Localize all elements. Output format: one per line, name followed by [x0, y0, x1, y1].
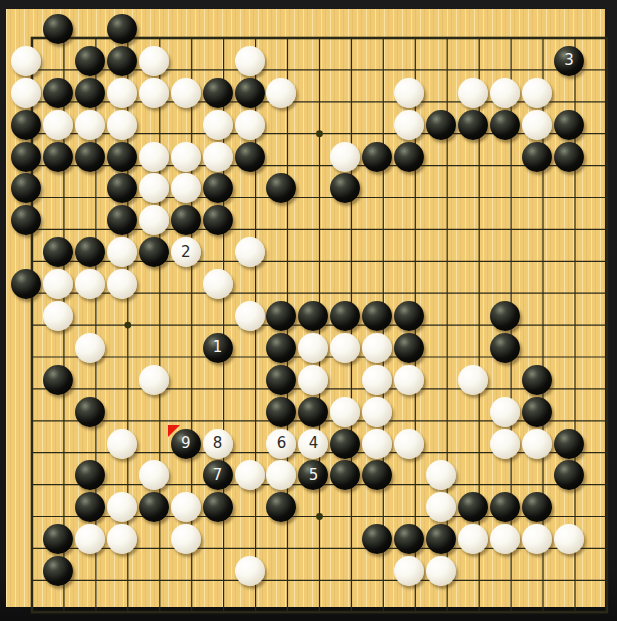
- board-cell[interactable]: [489, 172, 521, 204]
- board-cell[interactable]: [361, 555, 393, 587]
- board-cell[interactable]: [138, 332, 170, 364]
- board-cell[interactable]: [234, 428, 266, 460]
- board-cell[interactable]: [170, 587, 202, 619]
- board-cell[interactable]: [266, 141, 298, 173]
- move-number-label: 8: [213, 436, 223, 451]
- board-cell[interactable]: [170, 13, 202, 45]
- board-cell[interactable]: [585, 396, 617, 428]
- white-stone: [362, 333, 392, 363]
- board-cell[interactable]: [425, 268, 457, 300]
- white-stone: [235, 460, 265, 490]
- board-cell[interactable]: [170, 396, 202, 428]
- board-cell: [202, 109, 234, 141]
- board-cell: [489, 523, 521, 555]
- board-cell[interactable]: [425, 204, 457, 236]
- board-cell[interactable]: [457, 396, 489, 428]
- board-cell[interactable]: [138, 13, 170, 45]
- black-stone: [298, 397, 328, 427]
- board-cell[interactable]: [297, 13, 329, 45]
- board-cell[interactable]: [521, 555, 553, 587]
- board-cell[interactable]: [457, 268, 489, 300]
- board-cell: [170, 204, 202, 236]
- board-cell[interactable]: [489, 204, 521, 236]
- board-cell: [106, 428, 138, 460]
- black-stone: [490, 492, 520, 522]
- board-cell[interactable]: [10, 459, 42, 491]
- board-cell: [393, 555, 425, 587]
- board-cell[interactable]: [329, 587, 361, 619]
- board-cell[interactable]: [489, 459, 521, 491]
- board-cell[interactable]: [10, 236, 42, 268]
- board-cell[interactable]: [489, 555, 521, 587]
- board-cell: [138, 491, 170, 523]
- board-cell[interactable]: [553, 13, 585, 45]
- board-cell[interactable]: [106, 364, 138, 396]
- board-cell[interactable]: [266, 523, 298, 555]
- board-cell[interactable]: [170, 109, 202, 141]
- board-cell[interactable]: [10, 491, 42, 523]
- board-cell: [138, 141, 170, 173]
- board-cell[interactable]: [234, 172, 266, 204]
- board-cell[interactable]: [170, 268, 202, 300]
- board-cell[interactable]: [329, 77, 361, 109]
- board-cell[interactable]: [553, 204, 585, 236]
- board-cell[interactable]: [585, 523, 617, 555]
- board-cell[interactable]: [202, 587, 234, 619]
- black-stone: [330, 301, 360, 331]
- board-cell[interactable]: [10, 13, 42, 45]
- board-cell[interactable]: [202, 555, 234, 587]
- board-cell: [361, 396, 393, 428]
- board-cell[interactable]: [106, 300, 138, 332]
- board-cell[interactable]: [297, 587, 329, 619]
- board-cell[interactable]: [170, 300, 202, 332]
- board-cell[interactable]: [202, 13, 234, 45]
- board-cell[interactable]: [297, 236, 329, 268]
- board-cell[interactable]: [393, 268, 425, 300]
- board-cell[interactable]: [553, 77, 585, 109]
- board-cell[interactable]: [297, 491, 329, 523]
- board-cell[interactable]: [585, 141, 617, 173]
- board-cell[interactable]: [138, 587, 170, 619]
- black-stone: [554, 460, 584, 490]
- board-cell[interactable]: [202, 364, 234, 396]
- board-cell[interactable]: [266, 109, 298, 141]
- board-cell[interactable]: [553, 491, 585, 523]
- board-cell[interactable]: [138, 109, 170, 141]
- board-cell[interactable]: [521, 587, 553, 619]
- board-cell[interactable]: [425, 77, 457, 109]
- board-cell[interactable]: [234, 587, 266, 619]
- board-cell: [202, 172, 234, 204]
- board-cell[interactable]: [585, 555, 617, 587]
- board-cell[interactable]: [489, 141, 521, 173]
- board-cell: [234, 45, 266, 77]
- white-stone: [75, 333, 105, 363]
- board-cell[interactable]: [585, 236, 617, 268]
- board-cell[interactable]: [457, 141, 489, 173]
- board-cell[interactable]: [329, 204, 361, 236]
- board-cell[interactable]: [42, 459, 74, 491]
- board-cell[interactable]: [457, 45, 489, 77]
- board-cell: [266, 396, 298, 428]
- board-cell[interactable]: [425, 141, 457, 173]
- board-cell[interactable]: [297, 109, 329, 141]
- board-cell[interactable]: [106, 555, 138, 587]
- board-cell: [329, 332, 361, 364]
- board-cell[interactable]: [553, 587, 585, 619]
- board-cell[interactable]: [521, 45, 553, 77]
- board-cell[interactable]: [329, 555, 361, 587]
- board-cell: [553, 459, 585, 491]
- board-cell[interactable]: [585, 459, 617, 491]
- board-cell[interactable]: [521, 459, 553, 491]
- board-cell[interactable]: [329, 364, 361, 396]
- board-cell[interactable]: [329, 523, 361, 555]
- board-cell[interactable]: [202, 523, 234, 555]
- board-cell[interactable]: [361, 204, 393, 236]
- board-cell[interactable]: [42, 332, 74, 364]
- board-cell[interactable]: [457, 459, 489, 491]
- board-cell[interactable]: [553, 172, 585, 204]
- white-stone: [266, 460, 296, 490]
- board-cell[interactable]: [361, 13, 393, 45]
- black-stone: [75, 237, 105, 267]
- board-cell: [425, 491, 457, 523]
- board-cell[interactable]: [297, 204, 329, 236]
- board-cell[interactable]: [393, 587, 425, 619]
- board-cell: [74, 236, 106, 268]
- board-cell[interactable]: [393, 459, 425, 491]
- board-cell[interactable]: [425, 300, 457, 332]
- board-cell: [361, 141, 393, 173]
- white-stone: [426, 556, 456, 586]
- black-stone: [490, 301, 520, 331]
- board-cell[interactable]: [297, 77, 329, 109]
- board-cell[interactable]: [489, 268, 521, 300]
- board-cell[interactable]: [585, 13, 617, 45]
- white-stone: [522, 429, 552, 459]
- board-cell[interactable]: [297, 141, 329, 173]
- board-cell[interactable]: [585, 491, 617, 523]
- board-cell[interactable]: [74, 428, 106, 460]
- board-cell[interactable]: [74, 300, 106, 332]
- board-cell[interactable]: [393, 491, 425, 523]
- board-cell: [138, 172, 170, 204]
- board-cell: [106, 109, 138, 141]
- board-cell: [489, 491, 521, 523]
- move-number-label: 1: [213, 340, 223, 355]
- board-cell: [393, 364, 425, 396]
- board-cell[interactable]: [425, 236, 457, 268]
- board-cell[interactable]: [521, 172, 553, 204]
- board-cell[interactable]: [74, 172, 106, 204]
- black-stone: [11, 142, 41, 172]
- board-cell: [234, 109, 266, 141]
- board-cell[interactable]: [170, 45, 202, 77]
- board-cell[interactable]: [553, 268, 585, 300]
- board-cell[interactable]: [42, 428, 74, 460]
- board-cell[interactable]: [10, 587, 42, 619]
- black-stone: [43, 365, 73, 395]
- black-stone: [43, 556, 73, 586]
- black-stone: [43, 14, 73, 44]
- white-stone: [235, 237, 265, 267]
- board-cell[interactable]: [329, 236, 361, 268]
- board-cell[interactable]: [10, 555, 42, 587]
- black-stone: [522, 397, 552, 427]
- board-cell[interactable]: [521, 268, 553, 300]
- board-cell[interactable]: [10, 428, 42, 460]
- board-cell[interactable]: [457, 555, 489, 587]
- board-cell: [42, 109, 74, 141]
- board-cell: [521, 491, 553, 523]
- board-cell[interactable]: [425, 364, 457, 396]
- board-cell: [266, 77, 298, 109]
- black-stone: 5: [298, 460, 328, 490]
- board-cell: [457, 109, 489, 141]
- board-cell[interactable]: [297, 172, 329, 204]
- board-cell[interactable]: [42, 172, 74, 204]
- board-cell[interactable]: [74, 13, 106, 45]
- board-cell[interactable]: [74, 204, 106, 236]
- board-cell[interactable]: [297, 268, 329, 300]
- board-cell[interactable]: [489, 13, 521, 45]
- board-cell[interactable]: [489, 364, 521, 396]
- board-cell[interactable]: [585, 300, 617, 332]
- board-cell[interactable]: [553, 236, 585, 268]
- board-cell: [297, 332, 329, 364]
- board-cell[interactable]: [425, 45, 457, 77]
- board-cell[interactable]: [138, 268, 170, 300]
- board-cell: 4: [297, 428, 329, 460]
- black-stone: [490, 110, 520, 140]
- board-cell[interactable]: [297, 523, 329, 555]
- board-cell: [266, 491, 298, 523]
- board-cell[interactable]: [489, 45, 521, 77]
- board-cell: [329, 459, 361, 491]
- board-cell[interactable]: [10, 332, 42, 364]
- board-cell[interactable]: [521, 204, 553, 236]
- board-cell[interactable]: [42, 204, 74, 236]
- board-cell[interactable]: [425, 587, 457, 619]
- board-cell: [138, 204, 170, 236]
- board-cell[interactable]: [297, 555, 329, 587]
- board-cell: [266, 300, 298, 332]
- board-cell[interactable]: [393, 236, 425, 268]
- board-cell[interactable]: [266, 236, 298, 268]
- board-cell[interactable]: [234, 396, 266, 428]
- board-cell[interactable]: [74, 555, 106, 587]
- white-stone: [490, 429, 520, 459]
- board-cell[interactable]: [425, 172, 457, 204]
- board-cell[interactable]: [521, 236, 553, 268]
- board-cell: [106, 13, 138, 45]
- board-cell[interactable]: [234, 268, 266, 300]
- board-cell[interactable]: [457, 428, 489, 460]
- white-stone: [394, 365, 424, 395]
- board-cell[interactable]: [329, 45, 361, 77]
- board-cell[interactable]: [138, 396, 170, 428]
- white-stone: [490, 524, 520, 554]
- board-cell[interactable]: [10, 364, 42, 396]
- board-cell: [521, 109, 553, 141]
- board-cell[interactable]: [457, 172, 489, 204]
- black-stone: [11, 173, 41, 203]
- board-cell[interactable]: [585, 204, 617, 236]
- board-cell[interactable]: [106, 396, 138, 428]
- board-cell[interactable]: [393, 45, 425, 77]
- board-cell[interactable]: [234, 364, 266, 396]
- board-cell[interactable]: [42, 45, 74, 77]
- board-cell: [106, 236, 138, 268]
- board-cell: [106, 204, 138, 236]
- board-cell[interactable]: [361, 491, 393, 523]
- board-cell[interactable]: [585, 172, 617, 204]
- board-cell: [170, 77, 202, 109]
- board-cell[interactable]: [489, 236, 521, 268]
- board-cell[interactable]: [74, 587, 106, 619]
- board-cell[interactable]: [202, 396, 234, 428]
- board-cell: [10, 141, 42, 173]
- board-cell[interactable]: [585, 109, 617, 141]
- board-cell[interactable]: [425, 396, 457, 428]
- board-cell[interactable]: [457, 587, 489, 619]
- board-cell[interactable]: [329, 13, 361, 45]
- board-cell[interactable]: [266, 555, 298, 587]
- board-cell[interactable]: [297, 45, 329, 77]
- board-cell: 9: [170, 428, 202, 460]
- board-cell[interactable]: [393, 396, 425, 428]
- board-cell[interactable]: [585, 587, 617, 619]
- board-cell[interactable]: [10, 523, 42, 555]
- board-cell[interactable]: [234, 13, 266, 45]
- board-cell[interactable]: [361, 77, 393, 109]
- board-cell[interactable]: [457, 300, 489, 332]
- board-cell[interactable]: [585, 332, 617, 364]
- black-stone: [330, 460, 360, 490]
- board-cell[interactable]: [170, 459, 202, 491]
- board-cell[interactable]: [361, 236, 393, 268]
- board-cell[interactable]: [361, 45, 393, 77]
- board-cell[interactable]: [202, 45, 234, 77]
- board-cell: [10, 77, 42, 109]
- board-cell[interactable]: [553, 364, 585, 396]
- board-cell: 8: [202, 428, 234, 460]
- board-cell[interactable]: [361, 268, 393, 300]
- board-cell[interactable]: [585, 364, 617, 396]
- black-stone: 7: [203, 460, 233, 490]
- board-cell[interactable]: [170, 332, 202, 364]
- board-cell[interactable]: [266, 268, 298, 300]
- board-cell[interactable]: [106, 459, 138, 491]
- board-cell[interactable]: [361, 587, 393, 619]
- board-cell[interactable]: [521, 332, 553, 364]
- board-cell[interactable]: [138, 300, 170, 332]
- board-cell[interactable]: [138, 523, 170, 555]
- board-cell[interactable]: [266, 587, 298, 619]
- board-cell[interactable]: [266, 45, 298, 77]
- white-stone: [266, 78, 296, 108]
- board-cell[interactable]: [234, 204, 266, 236]
- board-cell[interactable]: [234, 491, 266, 523]
- white-stone: [75, 524, 105, 554]
- black-stone: [75, 460, 105, 490]
- board-cell[interactable]: [42, 396, 74, 428]
- board-cell[interactable]: [42, 491, 74, 523]
- board-cell[interactable]: [10, 300, 42, 332]
- board-cell[interactable]: [329, 109, 361, 141]
- black-stone: [107, 46, 137, 76]
- board-cell[interactable]: [202, 300, 234, 332]
- board-cell[interactable]: [138, 428, 170, 460]
- board-cell[interactable]: [42, 587, 74, 619]
- board-cell: [457, 364, 489, 396]
- white-stone: [394, 556, 424, 586]
- board-cell[interactable]: [106, 587, 138, 619]
- board-cell[interactable]: [234, 523, 266, 555]
- board-cell[interactable]: [393, 204, 425, 236]
- board-cell: [234, 141, 266, 173]
- board-cell[interactable]: [329, 491, 361, 523]
- board-cell[interactable]: [457, 236, 489, 268]
- board-cell: [521, 523, 553, 555]
- board-cell[interactable]: [393, 13, 425, 45]
- board-cell[interactable]: [106, 332, 138, 364]
- board-cell[interactable]: [202, 236, 234, 268]
- board-cell[interactable]: [553, 396, 585, 428]
- move-number-label: 3: [564, 53, 574, 68]
- board-cell[interactable]: [266, 13, 298, 45]
- board-cell[interactable]: [553, 555, 585, 587]
- board-cell[interactable]: [138, 555, 170, 587]
- black-stone: [554, 142, 584, 172]
- board-cell[interactable]: [553, 332, 585, 364]
- board-cell[interactable]: [457, 13, 489, 45]
- board-cell[interactable]: [521, 300, 553, 332]
- board-cell[interactable]: [425, 428, 457, 460]
- board-cell[interactable]: [234, 332, 266, 364]
- white-stone: 2: [171, 237, 201, 267]
- board-cell: [42, 555, 74, 587]
- board-cell[interactable]: [585, 268, 617, 300]
- board-cell[interactable]: [585, 45, 617, 77]
- board-cell[interactable]: [457, 332, 489, 364]
- board-cell: [521, 428, 553, 460]
- board-cell[interactable]: [361, 172, 393, 204]
- board-cell[interactable]: [585, 77, 617, 109]
- black-stone: [458, 110, 488, 140]
- board-cell[interactable]: [361, 109, 393, 141]
- board-cell[interactable]: [393, 172, 425, 204]
- board-cell[interactable]: [489, 587, 521, 619]
- board-cell[interactable]: [425, 13, 457, 45]
- board-cell[interactable]: [74, 364, 106, 396]
- board-cell[interactable]: [521, 13, 553, 45]
- board-cell[interactable]: [553, 300, 585, 332]
- black-stone: [107, 173, 137, 203]
- board-cell[interactable]: [457, 204, 489, 236]
- board-cell[interactable]: [170, 555, 202, 587]
- board-cell[interactable]: [10, 396, 42, 428]
- board-cell[interactable]: [585, 428, 617, 460]
- board-cell: 5: [297, 459, 329, 491]
- board-cell[interactable]: [425, 332, 457, 364]
- board-cell[interactable]: [266, 204, 298, 236]
- white-stone: [330, 333, 360, 363]
- board-cell[interactable]: [329, 268, 361, 300]
- board-cell[interactable]: [170, 364, 202, 396]
